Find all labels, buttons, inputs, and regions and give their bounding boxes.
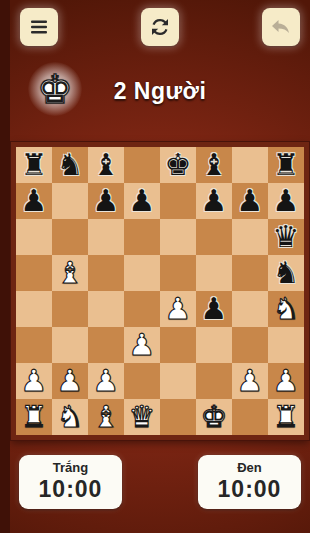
piece-black-rook[interactable]: ♜: [268, 147, 304, 183]
square-c6[interactable]: [88, 219, 124, 255]
piece-black-pawn[interactable]: ♟: [196, 291, 232, 327]
square-f6[interactable]: [196, 219, 232, 255]
square-h5[interactable]: ♞: [268, 255, 304, 291]
undo-button[interactable]: [262, 8, 300, 46]
square-c8[interactable]: ♝: [88, 147, 124, 183]
piece-white-queen[interactable]: ♛: [124, 399, 160, 435]
square-f7[interactable]: ♟: [196, 183, 232, 219]
white-clock-label: Trắng: [19, 460, 122, 475]
piece-black-pawn[interactable]: ♟: [16, 183, 52, 219]
square-f1[interactable]: ♚: [196, 399, 232, 435]
piece-white-pawn[interactable]: ♟: [268, 363, 304, 399]
square-d8[interactable]: [124, 147, 160, 183]
square-c7[interactable]: ♟: [88, 183, 124, 219]
square-f3[interactable]: [196, 327, 232, 363]
piece-white-pawn[interactable]: ♟: [16, 363, 52, 399]
square-d1[interactable]: ♛: [124, 399, 160, 435]
piece-white-rook[interactable]: ♜: [16, 399, 52, 435]
black-clock-time: 10:00: [198, 476, 301, 503]
black-clock: Đen 10:00: [198, 455, 301, 509]
white-king-icon: ♚: [28, 62, 82, 116]
square-h8[interactable]: ♜: [268, 147, 304, 183]
square-c3[interactable]: [88, 327, 124, 363]
square-b4[interactable]: [52, 291, 88, 327]
piece-white-pawn[interactable]: ♟: [52, 363, 88, 399]
square-g1[interactable]: [232, 399, 268, 435]
square-d3[interactable]: ♟: [124, 327, 160, 363]
square-d4[interactable]: [124, 291, 160, 327]
clock-panel: Trắng 10:00 Đen 10:00: [10, 455, 310, 509]
piece-black-rook[interactable]: ♜: [16, 147, 52, 183]
square-a5[interactable]: [16, 255, 52, 291]
square-c4[interactable]: [88, 291, 124, 327]
refresh-icon: [148, 15, 172, 39]
square-a4[interactable]: [16, 291, 52, 327]
square-a7[interactable]: ♟: [16, 183, 52, 219]
square-e5[interactable]: [160, 255, 196, 291]
white-clock-time: 10:00: [19, 476, 122, 503]
square-e1[interactable]: [160, 399, 196, 435]
square-f5[interactable]: [196, 255, 232, 291]
piece-black-queen[interactable]: ♛: [268, 219, 304, 255]
square-b1[interactable]: ♞: [52, 399, 88, 435]
square-e6[interactable]: [160, 219, 196, 255]
piece-white-king[interactable]: ♚: [196, 399, 232, 435]
piece-black-knight[interactable]: ♞: [52, 147, 88, 183]
piece-black-knight[interactable]: ♞: [268, 255, 304, 291]
piece-white-knight[interactable]: ♞: [52, 399, 88, 435]
square-e4[interactable]: ♟: [160, 291, 196, 327]
piece-black-pawn[interactable]: ♟: [124, 183, 160, 219]
square-a6[interactable]: [16, 219, 52, 255]
square-g2[interactable]: ♟: [232, 363, 268, 399]
square-f2[interactable]: [196, 363, 232, 399]
chess-board: ♜♞♝♚♝♜♟♟♟♟♟♟♛♝♞♟♟♞♟♟♟♟♟♟♜♞♝♛♚♜: [11, 142, 309, 440]
piece-white-rook[interactable]: ♜: [268, 399, 304, 435]
square-c1[interactable]: ♝: [88, 399, 124, 435]
piece-black-pawn[interactable]: ♟: [232, 183, 268, 219]
square-g7[interactable]: ♟: [232, 183, 268, 219]
menu-icon: [27, 15, 51, 39]
piece-white-pawn[interactable]: ♟: [232, 363, 268, 399]
board-wrap: ♜♞♝♚♝♜♟♟♟♟♟♟♛♝♞♟♟♞♟♟♟♟♟♟♜♞♝♛♚♜: [10, 142, 310, 440]
piece-black-bishop[interactable]: ♝: [88, 147, 124, 183]
square-a1[interactable]: ♜: [16, 399, 52, 435]
piece-white-bishop[interactable]: ♝: [88, 399, 124, 435]
menu-button[interactable]: [20, 8, 58, 46]
piece-black-pawn[interactable]: ♟: [268, 183, 304, 219]
piece-black-bishop[interactable]: ♝: [196, 147, 232, 183]
square-g3[interactable]: [232, 327, 268, 363]
title-row: ♚ 2 Người: [10, 62, 310, 120]
white-clock: Trắng 10:00: [19, 455, 122, 509]
piece-black-pawn[interactable]: ♟: [196, 183, 232, 219]
square-f8[interactable]: ♝: [196, 147, 232, 183]
square-b8[interactable]: ♞: [52, 147, 88, 183]
square-b5[interactable]: ♝: [52, 255, 88, 291]
square-b2[interactable]: ♟: [52, 363, 88, 399]
piece-black-pawn[interactable]: ♟: [88, 183, 124, 219]
piece-white-bishop[interactable]: ♝: [52, 255, 88, 291]
square-h4[interactable]: ♞: [268, 291, 304, 327]
square-b3[interactable]: [52, 327, 88, 363]
piece-black-king[interactable]: ♚: [160, 147, 196, 183]
piece-white-knight[interactable]: ♞: [268, 291, 304, 327]
square-g8[interactable]: [232, 147, 268, 183]
square-b7[interactable]: [52, 183, 88, 219]
square-d7[interactable]: ♟: [124, 183, 160, 219]
square-f4[interactable]: ♟: [196, 291, 232, 327]
square-h2[interactable]: ♟: [268, 363, 304, 399]
chess-app: ♚ 2 Người ♜♞♝♚♝♜♟♟♟♟♟♟♛♝♞♟♟♞♟♟♟♟♟♟♜♞♝♛♚♜…: [10, 0, 310, 533]
restart-button[interactable]: [141, 8, 179, 46]
square-d6[interactable]: [124, 219, 160, 255]
piece-white-pawn[interactable]: ♟: [160, 291, 196, 327]
black-clock-label: Đen: [198, 460, 301, 475]
top-bar: [10, 0, 310, 46]
square-g5[interactable]: [232, 255, 268, 291]
piece-white-pawn[interactable]: ♟: [124, 327, 160, 363]
piece-white-pawn[interactable]: ♟: [88, 363, 124, 399]
square-e7[interactable]: [160, 183, 196, 219]
square-h1[interactable]: ♜: [268, 399, 304, 435]
square-b6[interactable]: [52, 219, 88, 255]
square-c2[interactable]: ♟: [88, 363, 124, 399]
square-d5[interactable]: [124, 255, 160, 291]
square-d2[interactable]: [124, 363, 160, 399]
square-a2[interactable]: ♟: [16, 363, 52, 399]
undo-icon: [269, 15, 293, 39]
square-a3[interactable]: [16, 327, 52, 363]
square-h6[interactable]: ♛: [268, 219, 304, 255]
square-g4[interactable]: [232, 291, 268, 327]
square-e2[interactable]: [160, 363, 196, 399]
square-c5[interactable]: [88, 255, 124, 291]
square-h7[interactable]: ♟: [268, 183, 304, 219]
square-a8[interactable]: ♜: [16, 147, 52, 183]
square-e8[interactable]: ♚: [160, 147, 196, 183]
square-h3[interactable]: [268, 327, 304, 363]
square-g6[interactable]: [232, 219, 268, 255]
square-e3[interactable]: [160, 327, 196, 363]
